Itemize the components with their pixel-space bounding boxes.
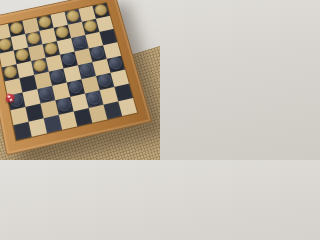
light-piece-c5[interactable] — [32, 58, 47, 73]
light-piece-c7[interactable] — [26, 31, 41, 45]
dark-piece-c3[interactable] — [38, 86, 54, 101]
light-piece-b8[interactable] — [9, 21, 24, 35]
dark-piece-h4[interactable] — [108, 56, 124, 71]
board-field — [0, 2, 138, 142]
square-h1[interactable] — [118, 98, 137, 116]
light-piece-a5[interactable] — [3, 64, 18, 79]
light-piece-h8[interactable] — [93, 3, 108, 17]
photo-scene — [0, 0, 160, 160]
light-piece-d8[interactable] — [37, 15, 52, 29]
light-piece-b6[interactable] — [15, 48, 30, 63]
